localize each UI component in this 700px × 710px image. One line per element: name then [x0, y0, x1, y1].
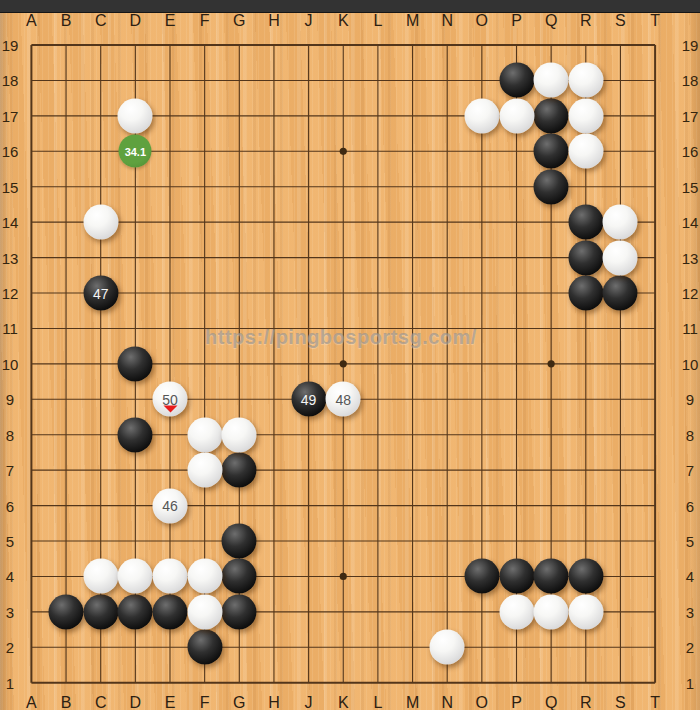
stone-white-N2[interactable] — [430, 630, 465, 665]
coord-right-13: 13 — [682, 250, 699, 265]
stone-black-C12[interactable]: 47 — [83, 276, 118, 311]
stone-black-C3[interactable] — [83, 594, 118, 629]
stone-white-Q3[interactable] — [534, 594, 569, 629]
stone-black-R13[interactable] — [568, 240, 603, 275]
stone-black-S12[interactable] — [603, 276, 638, 311]
coord-left-8: 8 — [6, 427, 14, 442]
coord-left-2: 2 — [6, 640, 14, 655]
coord-left-11: 11 — [2, 321, 18, 336]
stone-black-G5[interactable] — [222, 524, 257, 559]
coord-left-9: 9 — [6, 392, 14, 407]
stone-black-D3[interactable] — [118, 594, 153, 629]
stone-black-G3[interactable] — [222, 594, 257, 629]
stone-black-E3[interactable] — [153, 594, 188, 629]
move-number-47: 47 — [93, 286, 109, 300]
stone-white-F8[interactable] — [187, 417, 222, 452]
coord-bottom-E: E — [165, 695, 176, 710]
stone-white-O17[interactable] — [464, 98, 499, 133]
move-number-46: 46 — [162, 499, 178, 513]
coord-bottom-A: A — [26, 695, 37, 710]
stone-black-R4[interactable] — [568, 559, 603, 594]
coord-right-6: 6 — [686, 498, 694, 513]
coord-right-15: 15 — [682, 179, 699, 194]
coord-right-8: 8 — [686, 427, 694, 442]
coord-right-18: 18 — [682, 73, 699, 88]
coord-top-D: D — [130, 13, 142, 29]
coord-top-S: S — [615, 13, 626, 29]
stone-black-R12[interactable] — [568, 276, 603, 311]
coord-right-2: 2 — [686, 640, 694, 655]
stone-black-B3[interactable] — [49, 594, 84, 629]
coord-bottom-M: M — [406, 695, 419, 710]
coord-right-4: 4 — [686, 569, 694, 584]
coord-left-14: 14 — [2, 215, 19, 230]
coord-top-T: T — [650, 13, 660, 29]
coord-right-3: 3 — [686, 604, 694, 619]
star-point-K10 — [340, 360, 347, 367]
coord-bottom-O: O — [476, 695, 488, 710]
stone-white-P17[interactable] — [499, 98, 534, 133]
go-app-screen: AABBCCDDEEFFGGHHJJKKLLMMNNOOPPQQRRSSTT19… — [0, 0, 700, 710]
coord-left-7: 7 — [6, 463, 14, 478]
stone-black-G4[interactable] — [222, 559, 257, 594]
stone-white-C4[interactable] — [83, 559, 118, 594]
coord-right-10: 10 — [682, 356, 699, 371]
coord-right-19: 19 — [682, 38, 699, 53]
stone-black-O4[interactable] — [464, 559, 499, 594]
coord-right-17: 17 — [682, 108, 699, 123]
coord-top-M: M — [406, 13, 419, 29]
coord-top-A: A — [26, 13, 37, 29]
move-number-49: 49 — [301, 392, 317, 406]
stone-black-P4[interactable] — [499, 559, 534, 594]
coord-left-19: 19 — [2, 38, 19, 53]
coord-left-15: 15 — [2, 179, 19, 194]
coord-left-4: 4 — [6, 569, 14, 584]
stone-white-F7[interactable] — [187, 453, 222, 488]
move-number-48: 48 — [335, 392, 351, 406]
stone-white-F4[interactable] — [187, 559, 222, 594]
coord-right-14: 14 — [682, 215, 699, 230]
coord-bottom-K: K — [338, 695, 349, 710]
coord-left-6: 6 — [6, 498, 14, 513]
coord-top-C: C — [95, 13, 107, 29]
coord-bottom-H: H — [268, 695, 280, 710]
stone-white-K9[interactable]: 48 — [326, 382, 361, 417]
coord-bottom-F: F — [200, 695, 210, 710]
coord-right-1: 1 — [686, 675, 694, 690]
coord-left-1: 1 — [6, 675, 14, 690]
coord-top-P: P — [511, 13, 522, 29]
coord-top-E: E — [165, 13, 176, 29]
stone-white-C14[interactable] — [83, 205, 118, 240]
coord-right-11: 11 — [682, 321, 698, 336]
star-point-K4 — [340, 573, 347, 580]
coord-right-16: 16 — [682, 144, 699, 159]
coord-right-12: 12 — [682, 286, 699, 301]
coord-bottom-T: T — [650, 695, 660, 710]
stone-black-D8[interactable] — [118, 417, 153, 452]
stone-white-S14[interactable] — [603, 205, 638, 240]
star-point-Q10 — [548, 360, 555, 367]
coord-bottom-L: L — [373, 695, 382, 710]
coord-top-O: O — [476, 13, 488, 29]
coord-top-G: G — [233, 13, 245, 29]
coord-bottom-S: S — [615, 695, 626, 710]
coord-bottom-C: C — [95, 695, 107, 710]
coord-bottom-R: R — [580, 695, 592, 710]
coord-bottom-P: P — [511, 695, 522, 710]
coord-left-18: 18 — [2, 73, 19, 88]
stone-black-Q16[interactable] — [534, 134, 569, 169]
stone-black-J9[interactable]: 49 — [291, 382, 326, 417]
stone-white-R17[interactable] — [568, 98, 603, 133]
coord-left-12: 12 — [2, 286, 19, 301]
stone-white-E4[interactable] — [153, 559, 188, 594]
coord-right-7: 7 — [686, 463, 694, 478]
stone-white-Q18[interactable] — [534, 63, 569, 98]
coord-left-5: 5 — [6, 534, 14, 549]
coord-top-F: F — [200, 13, 210, 29]
stone-white-G8[interactable] — [222, 417, 257, 452]
stone-black-Q4[interactable] — [534, 559, 569, 594]
coord-left-17: 17 — [2, 108, 19, 123]
stone-white-R18[interactable] — [568, 63, 603, 98]
coord-top-H: H — [268, 13, 280, 29]
last-move-marker-icon — [163, 406, 177, 413]
coord-top-L: L — [373, 13, 382, 29]
stone-white-E6[interactable]: 46 — [153, 488, 188, 523]
coord-left-13: 13 — [2, 250, 19, 265]
coord-bottom-N: N — [441, 695, 453, 710]
stone-white-F3[interactable] — [187, 594, 222, 629]
stone-white-R3[interactable] — [568, 594, 603, 629]
coord-bottom-J: J — [305, 695, 313, 710]
coord-top-N: N — [441, 13, 453, 29]
move-number-50: 50 — [162, 392, 178, 406]
coord-left-10: 10 — [2, 356, 19, 371]
coord-bottom-G: G — [233, 695, 245, 710]
coord-right-5: 5 — [686, 534, 694, 549]
coord-right-9: 9 — [686, 392, 694, 407]
coord-top-R: R — [580, 13, 592, 29]
stone-black-F2[interactable] — [187, 630, 222, 665]
stone-white-R16[interactable] — [568, 134, 603, 169]
stone-white-D4[interactable] — [118, 559, 153, 594]
stone-black-D10[interactable] — [118, 346, 153, 381]
coord-left-16: 16 — [2, 144, 19, 159]
star-point-K16 — [340, 148, 347, 155]
coord-top-J: J — [305, 13, 313, 29]
stone-white-P3[interactable] — [499, 594, 534, 629]
stone-white-E9[interactable]: 50 — [153, 382, 188, 417]
stone-black-P18[interactable] — [499, 63, 534, 98]
coord-bottom-Q: Q — [545, 695, 557, 710]
coord-top-B: B — [61, 13, 72, 29]
stone-black-Q17[interactable] — [534, 98, 569, 133]
stone-black-R14[interactable] — [568, 205, 603, 240]
stone-black-Q15[interactable] — [534, 169, 569, 204]
stone-white-D17[interactable] — [118, 98, 153, 133]
coord-bottom-B: B — [61, 695, 72, 710]
stone-black-G7[interactable] — [222, 453, 257, 488]
coord-top-Q: Q — [545, 13, 557, 29]
coord-left-3: 3 — [6, 604, 14, 619]
coord-bottom-D: D — [130, 695, 142, 710]
eval-circle-D16[interactable]: 34.1 — [119, 135, 152, 168]
stone-white-S13[interactable] — [603, 240, 638, 275]
coord-top-K: K — [338, 13, 349, 29]
